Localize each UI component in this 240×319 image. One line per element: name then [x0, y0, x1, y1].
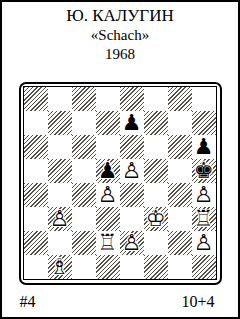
square-e6 — [120, 135, 144, 159]
piece-white-pawn: ♙ — [120, 159, 144, 183]
chess-board-frame: ♟♟♟♟♟♟♟♙♚♚♟♙♟♙♟♙♚♔♜♖♜♖♟♙♟♙♝♗ — [19, 82, 222, 285]
square-a3 — [24, 207, 48, 231]
piece-black-pawn: ♟ — [192, 135, 216, 159]
square-c3 — [72, 207, 96, 231]
square-a8 — [24, 87, 48, 111]
square-g1 — [168, 255, 192, 279]
piece-halo: ♟ — [96, 159, 120, 183]
square-g2 — [168, 231, 192, 255]
square-b2 — [48, 231, 72, 255]
square-c7 — [72, 111, 96, 135]
square-a4 — [24, 183, 48, 207]
square-f6 — [144, 135, 168, 159]
square-d8 — [96, 87, 120, 111]
square-f5 — [144, 159, 168, 183]
square-h1 — [192, 255, 216, 279]
piece-white-pawn: ♙ — [96, 183, 120, 207]
piece-halo: ♟ — [120, 111, 144, 135]
square-d6 — [96, 135, 120, 159]
piece-halo: ♚ — [192, 159, 216, 183]
square-b3: ♟♙ — [48, 207, 72, 231]
piece-white-bishop: ♗ — [48, 255, 72, 279]
piece-black-king: ♚ — [192, 159, 216, 183]
composer-name: Ю. КАЛУГИН — [2, 5, 238, 26]
piece-black-pawn: ♟ — [120, 111, 144, 135]
square-a1 — [24, 255, 48, 279]
piece-white-pawn: ♙ — [120, 231, 144, 255]
square-c4 — [72, 183, 96, 207]
square-e2: ♟♙ — [120, 231, 144, 255]
piece-halo: ♟ — [120, 159, 144, 183]
square-b4 — [48, 183, 72, 207]
piece-white-pawn: ♙ — [192, 231, 216, 255]
piece-black-pawn: ♟ — [96, 159, 120, 183]
square-d1 — [96, 255, 120, 279]
piece-halo: ♟ — [192, 135, 216, 159]
source-publication: «Schach» — [2, 26, 238, 45]
square-a7 — [24, 111, 48, 135]
piece-halo: ♝ — [48, 255, 72, 279]
square-g3 — [168, 207, 192, 231]
square-h5: ♚♚ — [192, 159, 216, 183]
square-d4: ♟♙ — [96, 183, 120, 207]
square-b5 — [48, 159, 72, 183]
square-h6: ♟♟ — [192, 135, 216, 159]
square-e8 — [120, 87, 144, 111]
square-f2 — [144, 231, 168, 255]
square-d2: ♜♖ — [96, 231, 120, 255]
piece-white-rook: ♖ — [96, 231, 120, 255]
square-d5: ♟♟ — [96, 159, 120, 183]
piece-white-king: ♔ — [144, 207, 168, 231]
square-g4 — [168, 183, 192, 207]
square-c6 — [72, 135, 96, 159]
square-b1: ♝♗ — [48, 255, 72, 279]
square-f1 — [144, 255, 168, 279]
piece-white-rook: ♖ — [192, 207, 216, 231]
square-b6 — [48, 135, 72, 159]
piece-halo: ♟ — [192, 183, 216, 207]
piece-halo: ♜ — [192, 207, 216, 231]
square-g5 — [168, 159, 192, 183]
square-c5 — [72, 159, 96, 183]
square-c2 — [72, 231, 96, 255]
stipulation-label: #4 — [20, 293, 36, 311]
square-b7 — [48, 111, 72, 135]
square-c8 — [72, 87, 96, 111]
chess-board-inner-border: ♟♟♟♟♟♟♟♙♚♚♟♙♟♙♟♙♚♔♜♖♜♖♟♙♟♙♝♗ — [23, 86, 217, 280]
chess-board: ♟♟♟♟♟♟♟♙♚♚♟♙♟♙♟♙♚♔♜♖♜♖♟♙♟♙♝♗ — [24, 87, 216, 279]
piece-halo: ♚ — [144, 207, 168, 231]
square-h2: ♟♙ — [192, 231, 216, 255]
square-e5: ♟♙ — [120, 159, 144, 183]
square-h4: ♟♙ — [192, 183, 216, 207]
piece-halo: ♟ — [192, 231, 216, 255]
square-g6 — [168, 135, 192, 159]
square-a2 — [24, 231, 48, 255]
square-e1 — [120, 255, 144, 279]
square-a6 — [24, 135, 48, 159]
square-a5 — [24, 159, 48, 183]
piece-halo: ♟ — [96, 183, 120, 207]
piece-halo: ♟ — [120, 231, 144, 255]
square-f3: ♚♔ — [144, 207, 168, 231]
square-e3 — [120, 207, 144, 231]
square-c1 — [72, 255, 96, 279]
piece-halo: ♜ — [96, 231, 120, 255]
square-e4 — [120, 183, 144, 207]
square-g8 — [168, 87, 192, 111]
square-h3: ♜♖ — [192, 207, 216, 231]
square-f7 — [144, 111, 168, 135]
square-h8 — [192, 87, 216, 111]
square-d3 — [96, 207, 120, 231]
square-d7 — [96, 111, 120, 135]
diagram-header: Ю. КАЛУГИН «Schach» 1968 — [2, 2, 238, 64]
square-f8 — [144, 87, 168, 111]
square-b8 — [48, 87, 72, 111]
piece-white-pawn: ♙ — [192, 183, 216, 207]
piece-white-pawn: ♙ — [48, 207, 72, 231]
material-count-label: 10+4 — [181, 293, 214, 311]
diagram-footer: #4 10+4 — [19, 293, 222, 311]
piece-halo: ♟ — [48, 207, 72, 231]
square-f4 — [144, 183, 168, 207]
square-e7: ♟♟ — [120, 111, 144, 135]
square-h7 — [192, 111, 216, 135]
publication-year: 1968 — [2, 45, 238, 64]
square-g7 — [168, 111, 192, 135]
